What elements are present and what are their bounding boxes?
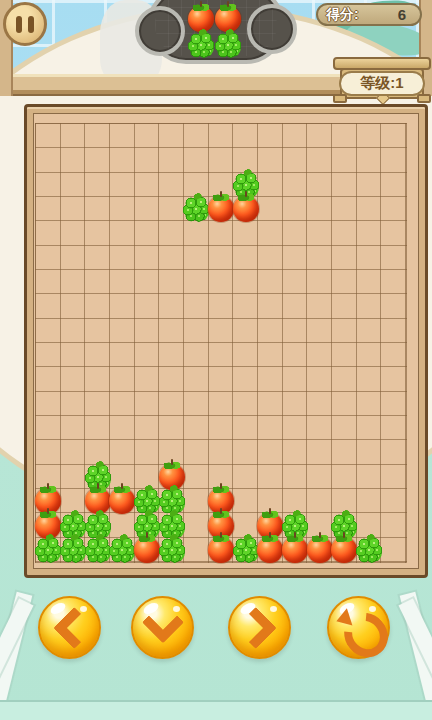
fruit-grape	[188, 32, 214, 58]
fruit-tomato	[233, 196, 259, 222]
fruit-grape	[159, 537, 185, 563]
move-right-button[interactable]	[228, 596, 291, 659]
score-value: 6	[398, 6, 406, 23]
fruit-tomato	[208, 537, 234, 563]
fruit-tomato	[134, 537, 160, 563]
level-badge: 等级:1	[333, 57, 431, 103]
fruit-tomato	[257, 537, 283, 563]
rotate-ccw-icon	[341, 612, 377, 644]
board-grid	[35, 123, 407, 563]
chevron-left-icon	[53, 606, 95, 648]
next-piece-fruits	[188, 6, 242, 58]
chevron-right-icon	[234, 606, 276, 648]
fruit-grape	[215, 32, 241, 58]
level-badge-foot	[333, 94, 347, 103]
fruit-tomato	[109, 488, 135, 514]
pause-icon	[16, 16, 22, 33]
move-down-button[interactable]	[131, 596, 194, 659]
fruit-grape	[35, 537, 61, 563]
pause-button[interactable]	[3, 2, 47, 46]
fruit-tomato	[331, 537, 357, 563]
fruit-tomato	[307, 537, 333, 563]
floor-strip-decor	[0, 700, 432, 720]
move-left-button[interactable]	[38, 596, 101, 659]
fruit-grape	[183, 196, 209, 222]
level-badge-foot	[417, 94, 431, 103]
fruit-tomato	[282, 537, 308, 563]
level-badge-top	[333, 57, 431, 70]
fruit-grape	[85, 537, 111, 563]
rotate-button[interactable]	[327, 596, 390, 659]
score-label: 得分:	[326, 6, 359, 24]
score-display: 得分: 6	[316, 3, 422, 26]
chevron-down-icon	[141, 601, 183, 643]
fruit-grape	[356, 537, 382, 563]
game-board	[24, 104, 428, 578]
board-field	[33, 113, 419, 569]
level-label: 等级:1	[339, 71, 425, 96]
game-screen: 得分: 6 等级:1	[0, 0, 432, 720]
fruit-grape	[60, 537, 86, 563]
pause-icon	[28, 16, 34, 33]
fruit-tomato	[208, 196, 234, 222]
fruit-grape	[109, 537, 135, 563]
fruit-grape	[233, 537, 259, 563]
